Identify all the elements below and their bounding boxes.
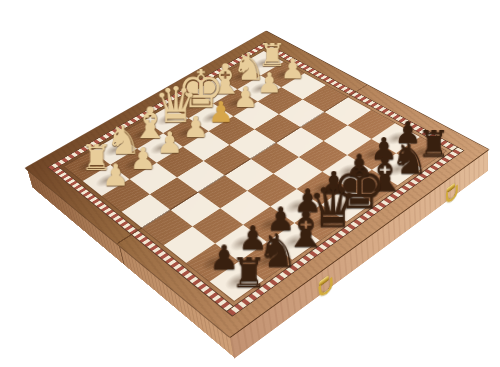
chess-board: ♜♞♝♛♚♝♞♜♟♟♟♟♟♟♟♟♟♟♟♟♟♟♟♟♜♞♝♛♚♝♞♜: [24, 30, 489, 338]
piece-black-rook: ♜: [212, 257, 285, 290]
piece-white-pawn: ♟: [84, 163, 149, 187]
chess-set-photo: ♜♞♝♛♚♝♞♜♟♟♟♟♟♟♟♟♟♟♟♟♟♟♟♟♜♞♝♛♚♝♞♜: [0, 0, 500, 367]
brass-clasp: [318, 274, 331, 298]
scene: ♜♞♝♛♚♝♞♜♟♟♟♟♟♟♟♟♟♟♟♟♟♟♟♟♜♞♝♛♚♝♞♜: [0, 0, 500, 367]
brass-clasp: [446, 182, 456, 205]
fold-seam-side: [118, 244, 124, 265]
